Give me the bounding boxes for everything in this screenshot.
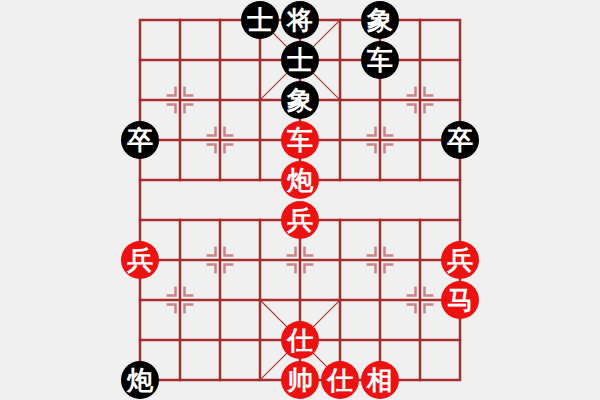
piece-red-pawn[interactable]: 兵: [441, 241, 479, 279]
piece-black-general[interactable]: 将: [281, 1, 319, 39]
xiangqi-board[interactable]: 士将象士车象卒车卒炮兵兵兵马仕炮帅仕相: [0, 0, 600, 400]
piece-red-chariot[interactable]: 车: [281, 121, 319, 159]
piece-red-general[interactable]: 帅: [281, 361, 319, 399]
piece-black-elephant[interactable]: 象: [361, 1, 399, 39]
piece-red-cannon[interactable]: 炮: [281, 161, 319, 199]
pieces-layer: 士将象士车象卒车卒炮兵兵兵马仕炮帅仕相: [0, 0, 600, 400]
piece-red-pawn[interactable]: 兵: [121, 241, 159, 279]
piece-black-chariot[interactable]: 车: [361, 41, 399, 79]
piece-red-elephant[interactable]: 相: [361, 361, 399, 399]
piece-red-horse[interactable]: 马: [441, 281, 479, 319]
piece-black-pawn[interactable]: 卒: [121, 121, 159, 159]
piece-red-advisor[interactable]: 仕: [321, 361, 359, 399]
piece-black-cannon[interactable]: 炮: [121, 361, 159, 399]
piece-red-advisor[interactable]: 仕: [281, 321, 319, 359]
piece-black-elephant[interactable]: 象: [281, 81, 319, 119]
piece-black-advisor[interactable]: 士: [281, 41, 319, 79]
piece-black-pawn[interactable]: 卒: [441, 121, 479, 159]
piece-red-pawn[interactable]: 兵: [281, 201, 319, 239]
piece-black-advisor[interactable]: 士: [241, 1, 279, 39]
